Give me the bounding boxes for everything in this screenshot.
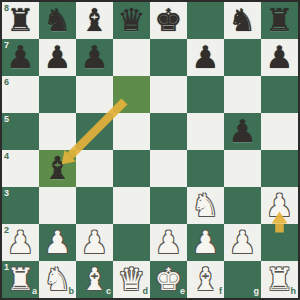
square-c2[interactable]: ♟ [76, 224, 113, 261]
square-g8[interactable]: ♞ [224, 2, 261, 39]
square-a7[interactable]: ♟7 [2, 39, 39, 76]
piece-white-knight[interactable]: ♞ [187, 187, 224, 224]
file-label-g: g [254, 287, 260, 296]
piece-black-bishop[interactable]: ♝ [39, 150, 76, 187]
square-h8[interactable]: ♜ [261, 2, 298, 39]
square-e5[interactable] [150, 113, 187, 150]
rank-label-5: 5 [4, 115, 9, 124]
square-b8[interactable]: ♞ [39, 2, 76, 39]
board-grid: ♜8♞♝♛♚♞♜♟7♟♟♟♟65♟4♝3♞♟♟2♟♟♟♟♟♜1a♞b♝c♛d♚e… [2, 2, 298, 298]
square-d4[interactable] [113, 150, 150, 187]
rank-label-4: 4 [4, 152, 9, 161]
square-g5[interactable]: ♟ [224, 113, 261, 150]
square-h3[interactable]: ♟ [261, 187, 298, 224]
square-g4[interactable] [224, 150, 261, 187]
square-e3[interactable] [150, 187, 187, 224]
piece-white-rook[interactable]: ♜ [261, 261, 298, 298]
square-e2[interactable]: ♟ [150, 224, 187, 261]
square-f5[interactable] [187, 113, 224, 150]
square-d3[interactable] [113, 187, 150, 224]
square-f3[interactable]: ♞ [187, 187, 224, 224]
square-a5[interactable]: 5 [2, 113, 39, 150]
square-g6[interactable] [224, 76, 261, 113]
square-d6[interactable] [113, 76, 150, 113]
square-a8[interactable]: ♜8 [2, 2, 39, 39]
square-b5[interactable] [39, 113, 76, 150]
square-c5[interactable] [76, 113, 113, 150]
square-c4[interactable] [76, 150, 113, 187]
square-a2[interactable]: ♟2 [2, 224, 39, 261]
square-e6[interactable] [150, 76, 187, 113]
rank-label-6: 6 [4, 78, 9, 87]
square-d5[interactable] [113, 113, 150, 150]
piece-white-pawn[interactable]: ♟ [187, 224, 224, 261]
square-b2[interactable]: ♟ [39, 224, 76, 261]
piece-white-rook[interactable]: ♜ [2, 261, 39, 298]
square-c7[interactable]: ♟ [76, 39, 113, 76]
square-c8[interactable]: ♝ [76, 2, 113, 39]
square-h7[interactable]: ♟ [261, 39, 298, 76]
piece-white-pawn[interactable]: ♟ [150, 224, 187, 261]
square-f8[interactable] [187, 2, 224, 39]
piece-black-pawn[interactable]: ♟ [76, 39, 113, 76]
square-h4[interactable] [261, 150, 298, 187]
piece-black-pawn[interactable]: ♟ [39, 39, 76, 76]
piece-white-pawn[interactable]: ♟ [39, 224, 76, 261]
square-g1[interactable]: g [224, 261, 261, 298]
piece-black-pawn[interactable]: ♟ [187, 39, 224, 76]
square-b3[interactable] [39, 187, 76, 224]
square-c3[interactable] [76, 187, 113, 224]
piece-black-rook[interactable]: ♜ [2, 2, 39, 39]
piece-black-bishop[interactable]: ♝ [76, 2, 113, 39]
square-b7[interactable]: ♟ [39, 39, 76, 76]
square-d2[interactable] [113, 224, 150, 261]
square-b1[interactable]: ♞b [39, 261, 76, 298]
square-f4[interactable] [187, 150, 224, 187]
square-h2[interactable] [261, 224, 298, 261]
square-f1[interactable]: ♝f [187, 261, 224, 298]
square-a3[interactable]: 3 [2, 187, 39, 224]
piece-white-pawn[interactable]: ♟ [261, 187, 298, 224]
square-c6[interactable] [76, 76, 113, 113]
piece-white-pawn[interactable]: ♟ [224, 224, 261, 261]
square-h6[interactable] [261, 76, 298, 113]
piece-black-pawn[interactable]: ♟ [2, 39, 39, 76]
square-d8[interactable]: ♛ [113, 2, 150, 39]
square-b4[interactable]: ♝ [39, 150, 76, 187]
piece-black-pawn[interactable]: ♟ [224, 113, 261, 150]
square-h5[interactable] [261, 113, 298, 150]
square-d1[interactable]: ♛d [113, 261, 150, 298]
square-g2[interactable]: ♟ [224, 224, 261, 261]
square-b6[interactable] [39, 76, 76, 113]
square-e7[interactable] [150, 39, 187, 76]
square-e1[interactable]: ♚e [150, 261, 187, 298]
square-g3[interactable] [224, 187, 261, 224]
piece-black-knight[interactable]: ♞ [39, 2, 76, 39]
square-f2[interactable]: ♟ [187, 224, 224, 261]
piece-black-king[interactable]: ♚ [150, 2, 187, 39]
piece-black-pawn[interactable]: ♟ [261, 39, 298, 76]
piece-white-bishop[interactable]: ♝ [187, 261, 224, 298]
piece-black-rook[interactable]: ♜ [261, 2, 298, 39]
square-a1[interactable]: ♜1a [2, 261, 39, 298]
square-c1[interactable]: ♝c [76, 261, 113, 298]
square-h1[interactable]: ♜h [261, 261, 298, 298]
square-f6[interactable] [187, 76, 224, 113]
piece-black-knight[interactable]: ♞ [224, 2, 261, 39]
square-d7[interactable] [113, 39, 150, 76]
square-f7[interactable]: ♟ [187, 39, 224, 76]
square-e4[interactable] [150, 150, 187, 187]
piece-white-bishop[interactable]: ♝ [76, 261, 113, 298]
piece-white-knight[interactable]: ♞ [39, 261, 76, 298]
rank-label-3: 3 [4, 189, 9, 198]
piece-white-queen[interactable]: ♛ [113, 261, 150, 298]
piece-white-king[interactable]: ♚ [150, 261, 187, 298]
square-e8[interactable]: ♚ [150, 2, 187, 39]
piece-black-queen[interactable]: ♛ [113, 2, 150, 39]
piece-white-pawn[interactable]: ♟ [76, 224, 113, 261]
piece-white-pawn[interactable]: ♟ [2, 224, 39, 261]
square-a6[interactable]: 6 [2, 76, 39, 113]
chess-board: ♜8♞♝♛♚♞♜♟7♟♟♟♟65♟4♝3♞♟♟2♟♟♟♟♟♜1a♞b♝c♛d♚e… [0, 0, 300, 300]
square-a4[interactable]: 4 [2, 150, 39, 187]
square-g7[interactable] [224, 39, 261, 76]
